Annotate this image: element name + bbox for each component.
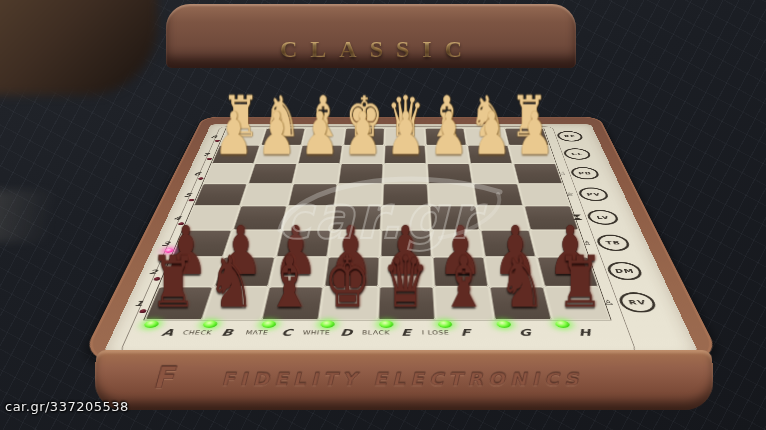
hand-icon: ☝ [555, 171, 570, 176]
button-pb[interactable]: PB [569, 167, 601, 179]
piece-white-pawn-h7: ♟ [508, 145, 556, 163]
piece-glyph: ♟ [472, 104, 508, 163]
piece-glyph: ♟ [214, 104, 250, 163]
watermark-id: car.gr/337205538 [5, 399, 129, 414]
piece-glyph: ♝ [265, 247, 314, 318]
status-label-white: WHITE [294, 330, 339, 335]
piece-glyph: ♝ [439, 247, 488, 318]
piece-white-pawn-g7: ♟ [466, 145, 512, 163]
button-label: LV [588, 211, 618, 223]
back-panel: CLASSIC [166, 4, 576, 68]
piece-dark-bishop-c1: ♝ [260, 286, 323, 319]
button-rv[interactable]: RV [616, 292, 659, 312]
rank-label-4: 4 [167, 215, 182, 221]
model-title: CLASSIC [166, 36, 576, 63]
piece-dark-knight-g1: ♞ [488, 286, 551, 319]
file-label-g: G [510, 327, 541, 338]
piece-dark-knight-b1: ♞ [202, 286, 268, 319]
piece-glyph: ♛ [381, 247, 430, 318]
photo-scene: CLASSIC 87654321 ABCDEFGHCHECKMATEWHITEB… [0, 0, 766, 430]
button-re[interactable]: RE [556, 131, 585, 141]
piece-glyph: ♟ [515, 104, 551, 163]
rank-label-5: 5 [178, 192, 192, 197]
status-label-check: CHECK [174, 330, 220, 335]
crown-icon: ♕ [562, 192, 577, 197]
piece-glyph: ♟ [429, 104, 465, 163]
piece-dark-queen-e1: ♛ [377, 286, 435, 319]
button-label: RE [558, 132, 582, 141]
led-green-e [379, 320, 393, 327]
piece-glyph: ♟ [343, 104, 379, 163]
button-dm[interactable]: DM [605, 262, 645, 280]
pieces-layer: ♜♞♝♚♛♝♞♜♟♟♟♟♟♟♟♟♟♟♟♟♟♟♟♟♜♞♝♚♛♝♞♜ [144, 128, 610, 319]
piece-white-pawn-e7: ♟ [383, 145, 426, 163]
button-pv[interactable]: PV [577, 188, 611, 201]
button-label: PB [572, 168, 599, 178]
table-highlight [0, 190, 80, 242]
led-green-f [438, 320, 453, 327]
piece-glyph: ♜ [556, 247, 605, 318]
button-label: RV [620, 294, 656, 311]
piece-glyph: ♜ [149, 247, 198, 318]
piece-white-pawn-f7: ♟ [425, 145, 469, 163]
brand-text: FIDELITY ELECTRONICS [92, 368, 715, 390]
piece-white-pawn-a7: ♟ [211, 145, 260, 163]
piece-white-pawn-d7: ♟ [340, 145, 384, 163]
status-label-i-lose: I LOSE [413, 330, 457, 335]
status-label-mate: MATE [234, 330, 279, 335]
rank-label-7: 7 [197, 152, 210, 156]
file-label-h: H [569, 327, 601, 338]
rank-label-8: 8 [205, 135, 217, 139]
piece-glyph: ♟ [257, 104, 293, 163]
button-cl[interactable]: CL [562, 148, 592, 159]
rank-label-6: 6 [188, 172, 202, 177]
button-label: TB [597, 236, 629, 250]
piece-glyph: ♞ [498, 247, 547, 318]
piece-glyph: ♚ [323, 247, 372, 318]
front-apron: F FIDELITY ELECTRONICS [94, 350, 715, 410]
piece-on-board-icon: ♗ [579, 240, 596, 246]
button-label: PV [579, 189, 607, 200]
piece-dark-king-d1: ♚ [318, 286, 378, 319]
status-label-black: BLACK [354, 330, 398, 335]
piece-glyph: ♟ [300, 104, 336, 163]
button-label: CL [564, 149, 590, 159]
piece-white-pawn-c7: ♟ [297, 145, 343, 163]
pawn-icon: ♙ [599, 299, 618, 307]
piece-glyph: ♟ [386, 104, 422, 163]
piece-dark-bishop-f1: ♝ [433, 286, 493, 319]
piece-glyph: ♞ [207, 247, 256, 318]
hourglass-icon [572, 215, 583, 220]
piece-white-pawn-b7: ♟ [254, 145, 301, 163]
button-label: DM [608, 263, 642, 278]
led-green-g [496, 320, 511, 327]
